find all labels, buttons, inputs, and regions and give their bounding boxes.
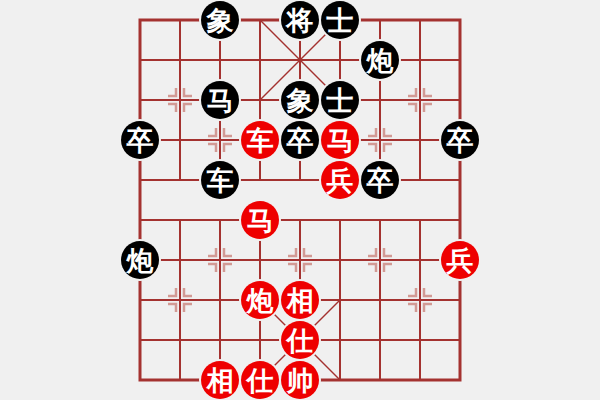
piece-red-elephant[interactable]: 相 <box>281 281 319 319</box>
piece-black-advisor[interactable]: 士 <box>321 1 359 39</box>
piece-red-advisor[interactable]: 仕 <box>281 321 319 359</box>
piece-black-soldier[interactable]: 卒 <box>361 161 399 199</box>
piece-black-general[interactable]: 将 <box>281 1 319 39</box>
piece-black-horse[interactable]: 马 <box>201 81 239 119</box>
piece-red-advisor[interactable]: 仕 <box>241 361 279 399</box>
piece-black-soldier[interactable]: 卒 <box>441 121 479 159</box>
piece-red-horse[interactable]: 马 <box>241 201 279 239</box>
piece-red-general[interactable]: 帅 <box>281 361 319 399</box>
piece-red-horse[interactable]: 马 <box>321 121 359 159</box>
xiangqi-board[interactable]: 象将士炮马象士卒车卒马卒车兵卒马炮兵炮相仕相仕帅 <box>0 0 600 400</box>
piece-red-chariot[interactable]: 车 <box>241 121 279 159</box>
piece-red-cannon[interactable]: 炮 <box>241 281 279 319</box>
piece-black-cannon[interactable]: 炮 <box>361 41 399 79</box>
piece-black-soldier[interactable]: 卒 <box>281 121 319 159</box>
piece-black-elephant[interactable]: 象 <box>281 81 319 119</box>
piece-black-elephant[interactable]: 象 <box>201 1 239 39</box>
piece-black-advisor[interactable]: 士 <box>321 81 359 119</box>
piece-red-elephant[interactable]: 相 <box>201 361 239 399</box>
page-background: 象将士炮马象士卒车卒马卒车兵卒马炮兵炮相仕相仕帅 <box>0 0 600 400</box>
piece-red-soldier[interactable]: 兵 <box>321 161 359 199</box>
piece-black-cannon[interactable]: 炮 <box>121 241 159 279</box>
piece-red-soldier[interactable]: 兵 <box>441 241 479 279</box>
piece-black-chariot[interactable]: 车 <box>201 161 239 199</box>
piece-black-soldier[interactable]: 卒 <box>121 121 159 159</box>
